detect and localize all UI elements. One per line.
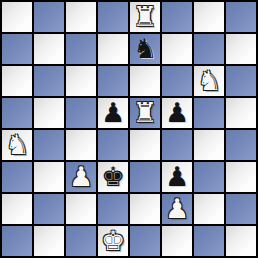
square-h8[interactable] xyxy=(226,2,256,32)
square-e6[interactable] xyxy=(130,66,160,96)
square-f6[interactable] xyxy=(162,66,192,96)
square-b1[interactable] xyxy=(34,226,64,256)
square-d8[interactable] xyxy=(98,2,128,32)
square-a8[interactable] xyxy=(2,2,32,32)
square-g7[interactable] xyxy=(194,34,224,64)
square-b7[interactable] xyxy=(34,34,64,64)
square-b8[interactable] xyxy=(34,2,64,32)
square-h6[interactable] xyxy=(226,66,256,96)
square-d4[interactable] xyxy=(98,130,128,160)
square-h2[interactable] xyxy=(226,194,256,224)
square-e4[interactable] xyxy=(130,130,160,160)
black-king-piece[interactable]: ♚ xyxy=(101,163,125,190)
square-c7[interactable] xyxy=(66,34,96,64)
square-a3[interactable] xyxy=(2,162,32,192)
square-e7[interactable]: ♞ xyxy=(130,34,160,64)
square-g8[interactable] xyxy=(194,2,224,32)
square-c2[interactable] xyxy=(66,194,96,224)
white-rook-piece[interactable]: ♜ xyxy=(133,3,157,30)
square-g4[interactable] xyxy=(194,130,224,160)
white-rook-piece[interactable]: ♜ xyxy=(133,99,157,126)
square-d6[interactable] xyxy=(98,66,128,96)
square-a2[interactable] xyxy=(2,194,32,224)
square-b2[interactable] xyxy=(34,194,64,224)
square-f1[interactable] xyxy=(162,226,192,256)
square-f7[interactable] xyxy=(162,34,192,64)
square-b4[interactable] xyxy=(34,130,64,160)
square-e3[interactable] xyxy=(130,162,160,192)
square-g5[interactable] xyxy=(194,98,224,128)
square-b6[interactable] xyxy=(34,66,64,96)
square-f8[interactable] xyxy=(162,2,192,32)
square-a4[interactable]: ♞ xyxy=(2,130,32,160)
square-a1[interactable] xyxy=(2,226,32,256)
black-knight-piece[interactable]: ♞ xyxy=(133,35,157,62)
square-d5[interactable]: ♟ xyxy=(98,98,128,128)
black-pawn-piece[interactable]: ♟ xyxy=(165,163,189,190)
square-c8[interactable] xyxy=(66,2,96,32)
square-a7[interactable] xyxy=(2,34,32,64)
square-c1[interactable] xyxy=(66,226,96,256)
white-pawn-piece[interactable]: ♟ xyxy=(165,195,189,222)
square-d1[interactable]: ♚ xyxy=(98,226,128,256)
square-c6[interactable] xyxy=(66,66,96,96)
square-e8[interactable]: ♜ xyxy=(130,2,160,32)
square-e2[interactable] xyxy=(130,194,160,224)
white-knight-piece[interactable]: ♞ xyxy=(197,67,221,94)
square-e5[interactable]: ♜ xyxy=(130,98,160,128)
square-h7[interactable] xyxy=(226,34,256,64)
square-b3[interactable] xyxy=(34,162,64,192)
square-g1[interactable] xyxy=(194,226,224,256)
square-f2[interactable]: ♟ xyxy=(162,194,192,224)
square-b5[interactable] xyxy=(34,98,64,128)
black-pawn-piece[interactable]: ♟ xyxy=(101,99,125,126)
white-king-piece[interactable]: ♚ xyxy=(101,227,125,254)
square-g2[interactable] xyxy=(194,194,224,224)
square-d7[interactable] xyxy=(98,34,128,64)
square-d3[interactable]: ♚ xyxy=(98,162,128,192)
square-g6[interactable]: ♞ xyxy=(194,66,224,96)
square-h3[interactable] xyxy=(226,162,256,192)
square-f4[interactable] xyxy=(162,130,192,160)
square-h5[interactable] xyxy=(226,98,256,128)
square-a5[interactable] xyxy=(2,98,32,128)
square-e1[interactable] xyxy=(130,226,160,256)
square-a6[interactable] xyxy=(2,66,32,96)
square-c4[interactable] xyxy=(66,130,96,160)
square-h4[interactable] xyxy=(226,130,256,160)
chess-board: ♜♞♞♟♜♟♞♟♚♟♟♚ xyxy=(0,0,258,258)
square-f3[interactable]: ♟ xyxy=(162,162,192,192)
square-c3[interactable]: ♟ xyxy=(66,162,96,192)
white-knight-piece[interactable]: ♞ xyxy=(5,131,29,158)
square-c5[interactable] xyxy=(66,98,96,128)
white-pawn-piece[interactable]: ♟ xyxy=(69,163,93,190)
square-f5[interactable]: ♟ xyxy=(162,98,192,128)
square-h1[interactable] xyxy=(226,226,256,256)
square-d2[interactable] xyxy=(98,194,128,224)
black-pawn-piece[interactable]: ♟ xyxy=(165,99,189,126)
square-g3[interactable] xyxy=(194,162,224,192)
